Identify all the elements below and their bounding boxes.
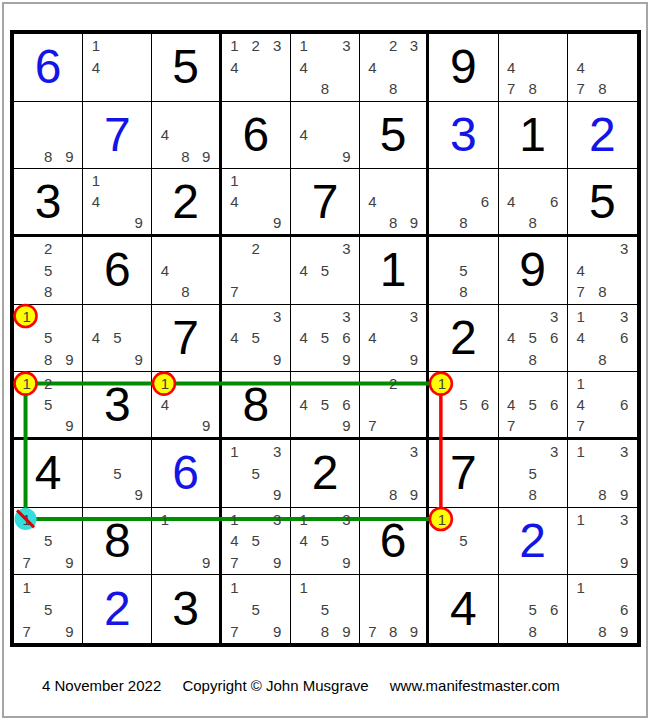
cell-r7c5[interactable]: 2 [291,440,360,508]
cell-r5c8[interactable]: 34568 [499,305,568,373]
cell-value: 2 [499,508,567,575]
candidate-2 [175,373,196,394]
cell-r8c7[interactable]: 15 [429,508,498,576]
cell-r3c9[interactable]: 5 [568,169,637,237]
candidate-6 [196,530,217,552]
cell-r2c9[interactable]: 2 [568,102,637,170]
cell-value: 2 [152,169,218,234]
candidate-6 [543,57,564,79]
cell-value: 7 [152,305,218,372]
cell-r8c1[interactable]: 1579 [14,508,83,576]
candidate-grid: 156 [431,373,495,436]
candidate-9 [543,415,564,436]
candidate-4 [431,530,452,552]
candidate-7 [293,349,314,371]
candidate-7 [293,620,314,642]
candidate-3: 3 [336,509,357,531]
candidate-3 [613,576,635,598]
candidate-5 [592,260,614,282]
candidate-5: 5 [314,530,335,552]
cell-r3c2[interactable]: 149 [83,169,152,237]
cell-r3c7[interactable]: 68 [429,169,498,237]
candidate-8 [37,552,58,574]
candidate-4: 4 [570,57,592,79]
candidate-3: 3 [613,238,635,260]
candidate-2 [37,509,58,531]
candidate-9: 9 [336,415,357,436]
candidate-8: 8 [592,281,614,303]
cell-r4c4[interactable]: 27 [222,237,291,305]
candidate-6 [404,57,425,79]
caption-date: 4 November 2022 [42,677,161,694]
cell-r6c7[interactable]: 156 [429,372,498,440]
candidate-3 [336,373,357,394]
candidate-4: 4 [362,191,383,212]
candidate-4: 4 [85,191,106,212]
candidate-5: 5 [453,260,474,282]
candidate-9 [474,415,495,436]
cell-r5c1[interactable]: 1589 [14,305,83,373]
cell-r9c5[interactable]: 1589 [291,575,360,643]
candidate-grid: 139 [570,509,635,574]
cell-value: 5 [568,169,637,234]
candidate-5: 5 [522,327,543,349]
cell-r5c7[interactable]: 2 [429,305,498,373]
candidate-9: 9 [404,484,425,506]
candidate-7 [362,78,383,100]
candidate-5 [314,124,335,146]
candidate-4: 4 [224,327,245,349]
candidate-7: 7 [224,281,245,303]
candidate-6 [128,57,149,79]
candidate-8: 8 [522,484,543,506]
candidate-1 [362,576,383,598]
candidate-5 [383,191,404,212]
candidate-9: 9 [336,552,357,574]
cell-r1c2[interactable]: 14 [83,34,152,102]
cell-r6c4[interactable]: 8 [222,372,291,440]
candidate-5: 5 [314,260,335,282]
candidate-4: 4 [362,327,383,349]
candidate-4 [85,463,106,485]
cell-r3c1[interactable]: 3 [14,169,83,237]
candidate-6 [336,57,357,79]
candidate-5 [107,191,128,212]
candidate-9: 9 [336,349,357,371]
cell-r7c1[interactable]: 4 [14,440,83,508]
cell-value: 8 [222,372,290,437]
candidate-1: 1 [85,170,106,191]
cell-r4c5[interactable]: 345 [291,237,360,305]
candidate-9: 9 [59,349,80,371]
candidate-6 [404,327,425,349]
cell-r6c5[interactable]: 4569 [291,372,360,440]
candidate-7 [293,552,314,574]
candidate-6 [336,260,357,282]
candidate-2 [453,238,474,260]
candidate-8 [314,415,335,436]
candidate-3: 3 [543,441,564,463]
candidate-6 [404,394,425,415]
candidate-9: 9 [404,212,425,233]
candidate-4: 4 [293,394,314,415]
cell-r8c4[interactable]: 134579 [222,508,291,576]
candidate-7: 7 [16,620,37,642]
candidate-2 [314,509,335,531]
cell-r7c4[interactable]: 1359 [222,440,291,508]
cell-r1c1[interactable]: 6 [14,34,83,102]
candidate-8 [314,281,335,303]
candidate-3 [59,509,80,531]
candidate-5 [175,394,196,415]
candidate-2 [522,576,543,598]
candidate-9 [266,281,287,303]
candidate-1 [85,306,106,328]
candidate-2: 2 [245,35,266,57]
candidate-3 [404,373,425,394]
candidate-1 [362,170,383,191]
cell-r9c7[interactable]: 4 [429,575,498,643]
candidate-4: 4 [85,57,106,79]
candidate-grid: 459 [85,306,149,371]
candidate-2 [175,509,196,531]
cell-value: 9 [499,237,567,304]
candidate-3 [543,373,564,394]
candidate-7 [362,212,383,233]
candidate-6 [404,598,425,620]
cell-r4c9[interactable]: 3478 [568,237,637,305]
candidate-2 [592,576,614,598]
candidate-8: 8 [592,620,614,642]
cell-r5c2[interactable]: 459 [83,305,152,373]
cell-r7c9[interactable]: 1389 [568,440,637,508]
candidate-8 [522,415,543,436]
cell-r4c1[interactable]: 258 [14,237,83,305]
candidate-grid: 49 [293,103,357,168]
candidate-5 [522,191,543,212]
candidate-9: 9 [613,484,635,506]
cell-r4c7[interactable]: 58 [429,237,498,305]
candidate-7 [16,415,37,436]
candidate-7 [570,484,592,506]
cell-r7c7[interactable]: 7 [429,440,498,508]
candidate-7: 7 [16,552,37,574]
cell-r1c9[interactable]: 478 [568,34,637,102]
candidate-6 [404,463,425,485]
candidate-4: 4 [154,260,175,282]
cell-r8c9[interactable]: 139 [568,508,637,576]
candidate-8: 8 [383,78,404,100]
cell-r7c6[interactable]: 389 [360,440,429,508]
candidate-1 [362,373,383,394]
candidate-5 [453,191,474,212]
cell-r6c9[interactable]: 1467 [568,372,637,440]
cell-r7c8[interactable]: 358 [499,440,568,508]
cell-value: 5 [360,102,426,169]
candidate-4: 4 [85,327,106,349]
candidate-3 [474,170,495,191]
candidate-grid: 489 [154,103,216,168]
cell-r2c6[interactable]: 5 [360,102,429,170]
cell-r3c3[interactable]: 2 [152,169,221,237]
candidate-7 [293,281,314,303]
cell-r9c2[interactable]: 2 [83,575,152,643]
candidate-4 [224,463,245,485]
candidate-2 [37,576,58,598]
cell-r9c6[interactable]: 789 [360,575,429,643]
candidate-4: 4 [293,260,314,282]
candidate-1: 1 [224,170,245,191]
candidate-grid: 258 [16,238,80,303]
candidate-4: 4 [570,260,592,282]
cell-r4c3[interactable]: 48 [152,237,221,305]
candidate-grid: 1579 [224,576,288,642]
candidate-4: 4 [224,191,245,212]
candidate-7: 7 [570,415,592,436]
cell-r1c8[interactable]: 478 [499,34,568,102]
cell-r9c1[interactable]: 1579 [14,575,83,643]
cell-r8c3[interactable]: 19 [152,508,221,576]
candidate-9 [196,281,217,303]
candidate-grid: 358 [501,441,565,506]
candidate-grid: 19 [154,509,216,574]
cell-r6c6[interactable]: 27 [360,372,429,440]
candidate-1 [501,306,522,328]
cell-r3c8[interactable]: 468 [499,169,568,237]
candidate-3 [543,170,564,191]
candidate-3: 3 [336,306,357,328]
candidate-6: 6 [474,394,495,415]
cell-value: 2 [429,305,497,372]
cell-r4c2[interactable]: 6 [83,237,152,305]
cell-r5c4[interactable]: 3459 [222,305,291,373]
candidate-4 [362,394,383,415]
cell-r2c2[interactable]: 7 [83,102,152,170]
candidate-2 [245,576,266,598]
candidate-9 [613,281,635,303]
candidate-6 [59,124,80,146]
candidate-7 [224,212,245,233]
candidate-8 [107,78,128,100]
candidate-5 [37,124,58,146]
candidate-grid: 568 [501,576,565,642]
candidate-grid: 149 [224,170,288,233]
candidate-7: 7 [224,620,245,642]
candidate-2: 2 [383,373,404,394]
cell-r7c3[interactable]: 6 [152,440,221,508]
candidate-2 [592,509,614,531]
candidate-8 [107,212,128,233]
cell-value: 5 [152,34,218,101]
candidate-3: 3 [336,35,357,57]
cell-r4c8[interactable]: 9 [499,237,568,305]
cell-r1c6[interactable]: 2348 [360,34,429,102]
cell-r8c8[interactable]: 2 [499,508,568,576]
candidate-4: 4 [293,57,314,79]
cell-r6c1[interactable]: 1259 [14,372,83,440]
candidate-3 [404,170,425,191]
cell-value: 6 [83,237,151,304]
candidate-5: 5 [453,394,474,415]
candidate-4: 4 [293,124,314,146]
candidate-3 [128,35,149,57]
candidate-grid: 1579 [16,509,80,574]
candidate-3 [59,373,80,394]
candidate-5: 5 [314,327,335,349]
cell-r5c9[interactable]: 13468 [568,305,637,373]
cell-value: 4 [14,440,82,507]
candidate-2 [107,170,128,191]
candidate-9 [613,349,635,371]
cell-r1c5[interactable]: 1348 [291,34,360,102]
candidate-grid: 27 [362,373,424,436]
candidate-8: 8 [175,281,196,303]
cell-r9c9[interactable]: 1689 [568,575,637,643]
cell-r6c3[interactable]: 149 [152,372,221,440]
cell-r5c5[interactable]: 34569 [291,305,360,373]
cell-r1c4[interactable]: 1234 [222,34,291,102]
candidate-5 [383,57,404,79]
candidate-8 [592,415,614,436]
candidate-8 [383,415,404,436]
cell-value: 3 [429,102,497,169]
candidate-6 [474,530,495,552]
candidate-9 [474,552,495,574]
candidate-1 [224,238,245,260]
candidate-2 [314,103,335,125]
candidate-7 [293,78,314,100]
cell-r8c5[interactable]: 13459 [291,508,360,576]
candidate-7 [501,484,522,506]
cell-r5c6[interactable]: 349 [360,305,429,373]
candidate-7 [293,146,314,168]
candidate-5 [383,598,404,620]
candidate-2 [383,170,404,191]
cell-r6c8[interactable]: 4567 [499,372,568,440]
cell-r5c3[interactable]: 7 [152,305,221,373]
candidate-6 [196,260,217,282]
candidate-8 [245,484,266,506]
cell-r2c8[interactable]: 1 [499,102,568,170]
candidate-8: 8 [314,620,335,642]
candidate-2 [592,441,614,463]
candidate-1 [570,238,592,260]
candidate-5: 5 [107,463,128,485]
candidate-grid: 468 [501,170,565,233]
candidate-grid: 89 [16,103,80,168]
candidate-6: 6 [543,598,564,620]
candidate-5 [245,57,266,79]
candidate-6 [59,260,80,282]
candidate-5: 5 [453,530,474,552]
candidate-3 [336,576,357,598]
cell-r1c7[interactable]: 9 [429,34,498,102]
candidate-2 [245,509,266,531]
cell-r2c5[interactable]: 49 [291,102,360,170]
candidate-4 [362,463,383,485]
candidate-1 [501,170,522,191]
candidate-6 [59,327,80,349]
candidate-9 [404,78,425,100]
candidate-grid: 134579 [224,509,288,574]
candidate-8: 8 [522,620,543,642]
candidate-grid: 1589 [16,306,80,371]
candidate-7 [85,349,106,371]
cell-value: 7 [291,169,359,234]
candidate-5: 5 [245,598,266,620]
cell-r2c7[interactable]: 3 [429,102,498,170]
cell-r7c2[interactable]: 59 [83,440,152,508]
cell-r9c8[interactable]: 568 [499,575,568,643]
candidate-9 [543,484,564,506]
candidate-9 [543,349,564,371]
cell-r4c6[interactable]: 1 [360,237,429,305]
candidate-2 [383,576,404,598]
cell-r9c3[interactable]: 3 [152,575,221,643]
cell-r8c6[interactable]: 6 [360,508,429,576]
candidate-5 [592,530,614,552]
candidate-9 [128,78,149,100]
candidate-1: 1 [293,35,314,57]
candidate-3: 3 [266,441,287,463]
candidate-6: 6 [613,327,635,349]
cell-r3c4[interactable]: 149 [222,169,291,237]
candidate-grid: 789 [362,576,424,642]
cell-r2c4[interactable]: 6 [222,102,291,170]
candidate-2 [383,306,404,328]
candidate-3: 3 [404,35,425,57]
candidate-1: 1 [154,509,175,531]
cell-value: 2 [568,102,637,169]
candidate-8: 8 [383,212,404,233]
candidate-3: 3 [266,509,287,531]
cell-r2c1[interactable]: 89 [14,102,83,170]
cell-r3c5[interactable]: 7 [291,169,360,237]
candidate-2 [107,35,128,57]
candidate-1: 1 [85,35,106,57]
caption-website: www.manifestmaster.com [390,677,560,694]
candidate-3 [59,238,80,260]
candidate-1 [293,306,314,328]
candidate-6 [128,191,149,212]
candidate-9 [543,212,564,233]
cell-r3c6[interactable]: 489 [360,169,429,237]
candidate-6: 6 [543,327,564,349]
candidate-1: 1 [293,576,314,598]
cell-r2c3[interactable]: 489 [152,102,221,170]
candidate-6 [613,260,635,282]
candidate-3 [266,238,287,260]
candidate-grid: 48 [154,238,216,303]
candidate-6 [613,530,635,552]
candidate-5: 5 [522,463,543,485]
cell-value: 3 [152,575,218,643]
candidate-9 [336,78,357,100]
candidate-1: 1 [293,509,314,531]
candidate-9: 9 [196,415,217,436]
candidate-9: 9 [336,146,357,168]
candidate-2 [245,441,266,463]
candidate-6 [266,463,287,485]
candidate-8 [245,349,266,371]
cell-r9c4[interactable]: 1579 [222,575,291,643]
cell-r1c3[interactable]: 5 [152,34,221,102]
candidate-grid: 1359 [224,441,288,506]
cell-r6c2[interactable]: 3 [83,372,152,440]
cell-r8c2[interactable]: 8 [83,508,152,576]
candidate-5 [314,57,335,79]
candidate-4 [224,598,245,620]
